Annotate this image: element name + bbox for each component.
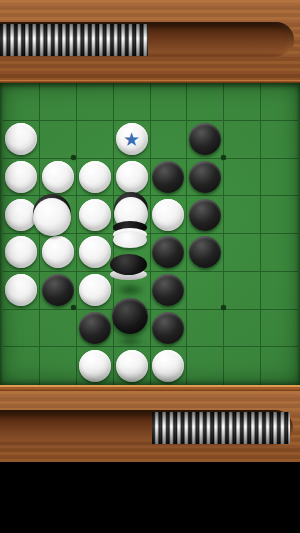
white-disc-d2: ★ <box>116 123 148 155</box>
board-cell-e8[interactable] <box>151 347 188 385</box>
board-cell-e2[interactable] <box>151 121 188 159</box>
board-cell-a8[interactable] <box>3 347 40 385</box>
board-cell-h4[interactable] <box>261 196 298 234</box>
black-disc-e7 <box>152 312 184 344</box>
board-cell-f2[interactable] <box>187 121 224 159</box>
black-disc-e5 <box>152 236 184 268</box>
board-cell-b7[interactable] <box>40 310 77 348</box>
board-cell-e4[interactable] <box>151 196 188 234</box>
board-cell-h8[interactable] <box>261 347 298 385</box>
board-cell-b8[interactable] <box>40 347 77 385</box>
bottom-tray-panel <box>0 391 300 462</box>
white-disc-a5 <box>5 236 37 268</box>
board-cell-d4[interactable] <box>114 196 151 234</box>
board-cell-b1[interactable] <box>40 83 77 121</box>
board-cell-h1[interactable] <box>261 83 298 121</box>
board-cell-b4[interactable] <box>40 196 77 234</box>
board-cell-g3[interactable] <box>224 159 261 197</box>
board-cell-e1[interactable] <box>151 83 188 121</box>
black-disc-f4 <box>189 199 221 231</box>
board-cell-h5[interactable] <box>261 234 298 272</box>
star-point-icon <box>221 155 226 160</box>
board-cell-b5[interactable] <box>40 234 77 272</box>
board-cell-c5[interactable] <box>77 234 114 272</box>
board-cell-d6[interactable] <box>114 272 151 310</box>
white-disc-e8 <box>152 350 184 382</box>
board-cell-g6[interactable] <box>224 272 261 310</box>
board-cell-c1[interactable] <box>77 83 114 121</box>
board-cell-a3[interactable] <box>3 159 40 197</box>
bottom-bar: 17 14 Intermediate <box>0 462 300 533</box>
board-cell-e6[interactable] <box>151 272 188 310</box>
board-cell-h3[interactable] <box>261 159 298 197</box>
white-disc-c4 <box>79 199 111 231</box>
board-cell-h7[interactable] <box>261 310 298 348</box>
board-cell-c3[interactable] <box>77 159 114 197</box>
bottom-disc-stack <box>152 412 290 444</box>
white-disc-c6 <box>79 274 111 306</box>
board-cell-c8[interactable] <box>77 347 114 385</box>
board-cell-f5[interactable] <box>187 234 224 272</box>
white-disc-c8 <box>79 350 111 382</box>
board-cell-f6[interactable] <box>187 272 224 310</box>
white-disc-a2 <box>5 123 37 155</box>
black-disc-f2 <box>189 123 221 155</box>
board-cell-b6[interactable] <box>40 272 77 310</box>
white-disc-d3 <box>116 161 148 193</box>
white-disc-a3 <box>5 161 37 193</box>
board-cell-f1[interactable] <box>187 83 224 121</box>
board-cell-c6[interactable] <box>77 272 114 310</box>
last-move-star-icon: ★ <box>116 123 148 155</box>
board-cell-g7[interactable] <box>224 310 261 348</box>
board-cell-a6[interactable] <box>3 272 40 310</box>
board-cell-a5[interactable] <box>3 234 40 272</box>
board-cell-g8[interactable] <box>224 347 261 385</box>
board-cell-g2[interactable] <box>224 121 261 159</box>
board-cell-d3[interactable] <box>114 159 151 197</box>
top-tray-groove <box>0 22 294 58</box>
star-point-icon <box>71 305 76 310</box>
black-disc-b6 <box>42 274 74 306</box>
board-cell-c2[interactable] <box>77 121 114 159</box>
white-disc-d8 <box>116 350 148 382</box>
black-disc-e6 <box>152 274 184 306</box>
board-cell-f7[interactable] <box>187 310 224 348</box>
board-cell-f3[interactable] <box>187 159 224 197</box>
black-disc-e3 <box>152 161 184 193</box>
black-disc-c7 <box>79 312 111 344</box>
white-disc-b5 <box>42 236 74 268</box>
board-cell-g5[interactable] <box>224 234 261 272</box>
white-disc-a4 <box>5 199 37 231</box>
board-cell-a1[interactable] <box>3 83 40 121</box>
board-cell-h6[interactable] <box>261 272 298 310</box>
top-tray-panel <box>0 0 300 80</box>
board-cell-a7[interactable] <box>3 310 40 348</box>
board-cell-e5[interactable] <box>151 234 188 272</box>
board-cell-d7[interactable] <box>114 310 151 348</box>
board-cell-d8[interactable] <box>114 347 151 385</box>
board-cell-f8[interactable] <box>187 347 224 385</box>
board-cell-g4[interactable] <box>224 196 261 234</box>
black-disc-f5 <box>189 236 221 268</box>
white-disc-c3 <box>79 161 111 193</box>
board-cell-e7[interactable] <box>151 310 188 348</box>
board-cell-a4[interactable] <box>3 196 40 234</box>
board-cell-f4[interactable] <box>187 196 224 234</box>
board-cell-c4[interactable] <box>77 196 114 234</box>
star-point-icon <box>221 305 226 310</box>
board-cell-d2[interactable]: ★ <box>114 121 151 159</box>
board-cell-b3[interactable] <box>40 159 77 197</box>
board-cell-g1[interactable] <box>224 83 261 121</box>
top-disc-stack <box>0 24 148 56</box>
board-cell-a2[interactable] <box>3 121 40 159</box>
board-cell-h2[interactable] <box>261 121 298 159</box>
board-cell-e3[interactable] <box>151 159 188 197</box>
white-disc-c5 <box>79 236 111 268</box>
bottom-tray-groove <box>0 410 293 446</box>
reversi-app-screen: ★ 17 <box>0 0 300 533</box>
black-disc-f3 <box>189 161 221 193</box>
board-cell-d1[interactable] <box>114 83 151 121</box>
star-point-icon <box>71 155 76 160</box>
board-cell-b2[interactable] <box>40 121 77 159</box>
white-disc-b3 <box>42 161 74 193</box>
board: ★ <box>0 83 300 385</box>
board-cell-d5[interactable] <box>114 234 151 272</box>
board-cell-c7[interactable] <box>77 310 114 348</box>
board-grid: ★ <box>3 83 298 385</box>
white-disc-a6 <box>5 274 37 306</box>
white-disc-e4 <box>152 199 184 231</box>
